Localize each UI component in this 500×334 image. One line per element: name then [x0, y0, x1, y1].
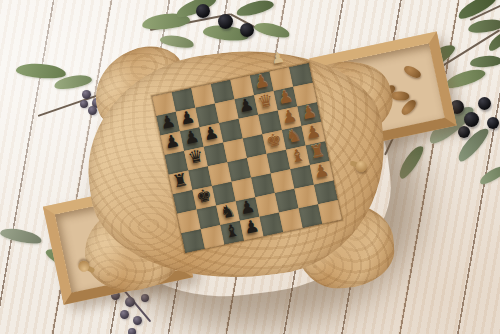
white-drawer-piece[interactable]: [402, 64, 422, 80]
berry: [125, 297, 135, 307]
square-h1[interactable]: [318, 200, 342, 224]
black-queen-b5[interactable]: ♛: [184, 145, 208, 169]
berry: [141, 294, 149, 302]
chess-board[interactable]: ♟♛♟♟♟♚♞♟♝♜♟♟♟♟♟♟♟♛♜♚♞♟♝♟: [152, 63, 342, 253]
berry: [120, 310, 129, 319]
olive-fruit: [218, 14, 233, 29]
berry: [88, 106, 97, 115]
olive-fruit: [458, 126, 470, 138]
olive-fruit: [478, 97, 491, 110]
black-king-b3[interactable]: ♚: [192, 184, 216, 208]
rim-white-pawn[interactable]: ♟: [266, 46, 289, 69]
berry: [80, 100, 88, 108]
olive-fruit: [196, 4, 210, 18]
black-pawn-c6[interactable]: ♟: [199, 121, 223, 145]
olive-fruit: [464, 112, 479, 127]
berry: [82, 90, 91, 99]
white-pawn-h3[interactable]: ♟: [309, 159, 333, 183]
scene: ♟ ♟♛♟♟♟♚♞♟♝♜♟♟♟♟♟♟♟♛♜♚♞♟♝♟: [0, 0, 500, 334]
black-rook-a4[interactable]: ♜: [168, 169, 192, 193]
black-pawn-e7[interactable]: ♟: [234, 93, 258, 117]
olive-fruit: [240, 23, 254, 37]
black-pawn-d1[interactable]: ♟: [239, 215, 263, 239]
berry: [128, 328, 136, 334]
white-drawer-piece[interactable]: [391, 91, 409, 101]
white-drawer-piece[interactable]: [399, 98, 418, 117]
olive-fruit: [487, 117, 499, 129]
berry: [133, 316, 142, 325]
